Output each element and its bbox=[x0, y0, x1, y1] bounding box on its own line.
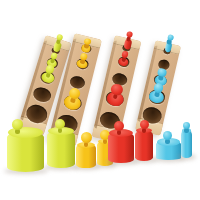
loose-1-knob bbox=[12, 119, 23, 130]
loose-2 bbox=[47, 130, 75, 168]
loose-8-knob bbox=[183, 122, 190, 129]
loose-2-knob bbox=[55, 119, 65, 129]
block-1-cylinder-1-knob bbox=[55, 33, 62, 40]
loose-6-knob bbox=[140, 120, 149, 129]
loose-7-knob bbox=[163, 131, 172, 140]
block-4-cylinder-3-knob bbox=[157, 68, 167, 78]
block-1-hole-4 bbox=[31, 85, 53, 104]
loose-3-knob bbox=[81, 132, 92, 143]
loose-3 bbox=[76, 144, 96, 168]
loose-5-knob bbox=[114, 121, 124, 131]
loose-6 bbox=[135, 130, 153, 161]
loose-8 bbox=[181, 130, 192, 158]
stage bbox=[0, 0, 200, 200]
